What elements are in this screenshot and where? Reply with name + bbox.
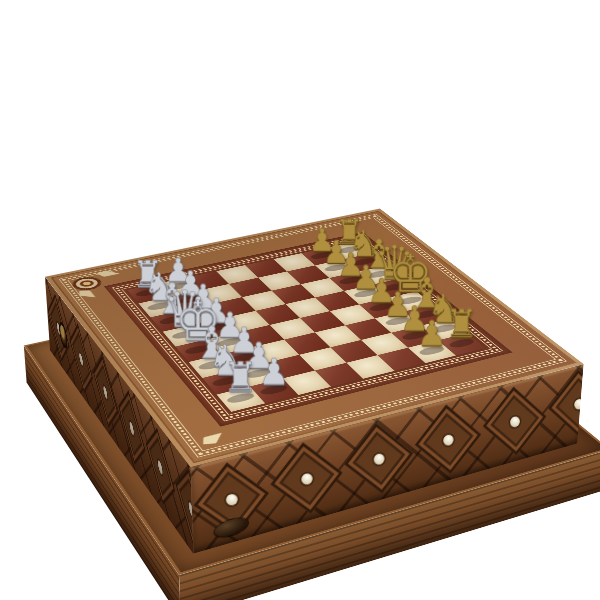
carved-diamond xyxy=(270,443,342,514)
pearl-inlay-dot xyxy=(129,420,135,436)
carved-diamond xyxy=(548,370,583,437)
carved-diamond xyxy=(344,423,413,493)
carved-diamond xyxy=(483,387,546,455)
chess-piece-silver-rook: ♜ xyxy=(206,357,276,398)
pearl-inlay-dot xyxy=(299,471,315,486)
pearl-inlay-dot xyxy=(372,452,387,467)
pearl-inlay-dot xyxy=(103,385,108,401)
kite-inlay xyxy=(197,430,228,447)
pearl-inlay-dot xyxy=(508,414,522,429)
rosette-inlay xyxy=(70,276,104,292)
drawer-knob xyxy=(60,322,67,349)
pearl-inlay-dot xyxy=(79,352,84,367)
kite-inlay xyxy=(74,288,101,300)
product-photo-scene: ♜♟♟♜♞♟♟♞♝♟♟♝♛♟♟♛♚♟♟♚♝♟♟♝♞♟♟♞♜♟♟♜ xyxy=(0,0,600,600)
carved-diamond xyxy=(415,405,481,474)
pearl-inlay-dot xyxy=(56,321,61,336)
chess-piece-gold-pawn: ♟ xyxy=(399,316,465,351)
carved-diamond xyxy=(48,294,70,362)
pearl-inlay-dot xyxy=(224,492,240,508)
pearl-inlay-dot xyxy=(441,433,455,448)
pearl-inlay-dot xyxy=(572,397,583,412)
pearl-inlay-dot xyxy=(157,459,163,476)
